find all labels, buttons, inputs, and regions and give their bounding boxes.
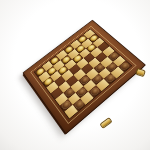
brass-clasp [99, 117, 112, 129]
board-grid [34, 29, 133, 120]
scene [0, 0, 150, 150]
brass-hinge [135, 68, 146, 77]
checkers-board [23, 20, 146, 134]
